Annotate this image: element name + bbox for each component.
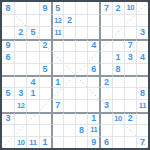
cell-r2c2[interactable] [14, 14, 26, 26]
cell-r6c8[interactable]: 6 [87, 63, 99, 75]
cell-r6c9[interactable] [99, 63, 111, 75]
cell-r9c9[interactable]: 3 [99, 99, 111, 111]
cell-r11c2[interactable] [14, 124, 26, 136]
cell-r8c10[interactable] [112, 87, 124, 99]
cell-r11c3[interactable] [26, 124, 38, 136]
cell-r4c12[interactable] [136, 39, 148, 51]
cell-grid: 8957210122251139247613456841253181273113… [2, 2, 148, 148]
cell-r3c9[interactable] [99, 26, 111, 38]
cell-r9c3[interactable] [26, 99, 38, 111]
cell-r1c4[interactable]: 9 [39, 2, 51, 14]
cell-r7c1[interactable] [2, 75, 14, 87]
cell-r1c2[interactable] [14, 2, 26, 14]
cell-r3c3[interactable]: 5 [26, 26, 38, 38]
cell-r2c7[interactable] [75, 14, 87, 26]
cell-r3c7[interactable] [75, 26, 87, 38]
cell-r11c5[interactable] [51, 124, 63, 136]
cell-r12c3[interactable]: 11 [26, 136, 38, 148]
cell-r12c4[interactable]: 1 [39, 136, 51, 148]
cell-r6c7[interactable] [75, 63, 87, 75]
cell-r5c2[interactable] [14, 51, 26, 63]
cell-r2c4[interactable] [39, 14, 51, 26]
cell-r6c5[interactable] [51, 63, 63, 75]
cell-r9c4[interactable] [39, 99, 51, 111]
cell-r1c11[interactable]: 10 [124, 2, 136, 14]
cell-r10c7[interactable] [75, 112, 87, 124]
cell-r1c9[interactable]: 7 [99, 2, 111, 14]
cell-r3c12[interactable]: 3 [136, 26, 148, 38]
cell-r7c5[interactable]: 1 [51, 75, 63, 87]
cell-r4c3[interactable] [26, 39, 38, 51]
cell-r11c9[interactable] [99, 124, 111, 136]
cell-r8c5[interactable] [51, 87, 63, 99]
cell-r12c5[interactable] [51, 136, 63, 148]
cell-r12c10[interactable] [112, 136, 124, 148]
cell-r2c12[interactable] [136, 14, 148, 26]
cell-r7c4[interactable] [39, 75, 51, 87]
cell-r2c6[interactable]: 2 [63, 14, 75, 26]
cell-r4c6[interactable] [63, 39, 75, 51]
cell-r6c4[interactable]: 5 [39, 63, 51, 75]
cell-r9c10[interactable] [112, 99, 124, 111]
cell-r5c10[interactable]: 1 [112, 51, 124, 63]
cell-r4c2[interactable] [14, 39, 26, 51]
cell-r8c6[interactable] [63, 87, 75, 99]
cell-r4c8[interactable]: 4 [87, 39, 99, 51]
cell-r5c12[interactable]: 4 [136, 51, 148, 63]
cell-r10c12[interactable] [136, 112, 148, 124]
cell-r9c1[interactable] [2, 99, 14, 111]
cell-r8c7[interactable] [75, 87, 87, 99]
cell-r4c7[interactable] [75, 39, 87, 51]
cell-r2c10[interactable] [112, 14, 124, 26]
cell-r5c4[interactable] [39, 51, 51, 63]
cell-r12c1[interactable] [2, 136, 14, 148]
cell-r12c6[interactable] [63, 136, 75, 148]
cell-r10c11[interactable]: 2 [124, 112, 136, 124]
cell-r10c9[interactable] [99, 112, 111, 124]
cell-r10c8[interactable]: 1 [87, 112, 99, 124]
cell-r3c4[interactable] [39, 26, 51, 38]
cell-r11c10[interactable] [112, 124, 124, 136]
cell-r9c12[interactable]: 11 [136, 99, 148, 111]
cell-r7c8[interactable] [87, 75, 99, 87]
cell-r4c9[interactable] [99, 39, 111, 51]
cell-r3c10[interactable] [112, 26, 124, 38]
cell-r2c3[interactable] [26, 14, 38, 26]
cell-r11c6[interactable] [63, 124, 75, 136]
cell-r5c6[interactable] [63, 51, 75, 63]
cell-r10c6[interactable] [63, 112, 75, 124]
cell-r3c2[interactable]: 2 [14, 26, 26, 38]
cell-r8c11[interactable] [124, 87, 136, 99]
cell-r11c11[interactable] [124, 124, 136, 136]
cell-r10c10[interactable]: 10 [112, 112, 124, 124]
cell-r2c9[interactable] [99, 14, 111, 26]
cell-r10c2[interactable] [14, 112, 26, 124]
cell-r7c3[interactable]: 4 [26, 75, 38, 87]
cell-r10c4[interactable] [39, 112, 51, 124]
cell-r8c1[interactable]: 5 [2, 87, 14, 99]
cell-r11c12[interactable] [136, 124, 148, 136]
cell-r4c10[interactable] [112, 39, 124, 51]
cell-r1c3[interactable] [26, 2, 38, 14]
cell-r8c9[interactable] [99, 87, 111, 99]
cell-r8c2[interactable]: 3 [14, 87, 26, 99]
cell-r4c4[interactable]: 2 [39, 39, 51, 51]
cell-r8c4[interactable] [39, 87, 51, 99]
cell-r6c6[interactable] [63, 63, 75, 75]
cell-r10c5[interactable] [51, 112, 63, 124]
cell-r1c5[interactable]: 5 [51, 2, 63, 14]
cell-r1c6[interactable] [63, 2, 75, 14]
cell-r8c8[interactable] [87, 87, 99, 99]
cell-r9c8[interactable] [87, 99, 99, 111]
cell-r7c11[interactable] [124, 75, 136, 87]
cell-r7c6[interactable] [63, 75, 75, 87]
cell-r9c6[interactable] [63, 99, 75, 111]
cell-r8c12[interactable]: 8 [136, 87, 148, 99]
cell-r12c9[interactable]: 6 [99, 136, 111, 148]
cell-r7c9[interactable]: 2 [99, 75, 111, 87]
cell-r3c11[interactable] [124, 26, 136, 38]
cell-r7c7[interactable] [75, 75, 87, 87]
cell-r12c8[interactable]: 9 [87, 136, 99, 148]
cell-r2c8[interactable] [87, 14, 99, 26]
cell-r9c2[interactable]: 12 [14, 99, 26, 111]
cell-r1c12[interactable] [136, 2, 148, 14]
cell-r7c10[interactable] [112, 75, 124, 87]
cell-r6c11[interactable] [124, 63, 136, 75]
cell-r3c1[interactable] [2, 26, 14, 38]
sudoku-board: 8957210122251139247613456841253181273113… [0, 0, 150, 150]
cell-r2c5[interactable]: 12 [51, 14, 63, 26]
cell-r5c11[interactable]: 3 [124, 51, 136, 63]
cell-r5c9[interactable] [99, 51, 111, 63]
cell-r6c2[interactable] [14, 63, 26, 75]
cell-r4c5[interactable] [51, 39, 63, 51]
cell-r10c3[interactable] [26, 112, 38, 124]
cell-r12c12[interactable]: 7 [136, 136, 148, 148]
cell-r6c3[interactable] [26, 63, 38, 75]
cell-r5c7[interactable] [75, 51, 87, 63]
cell-r4c11[interactable]: 7 [124, 39, 136, 51]
cell-r7c12[interactable] [136, 75, 148, 87]
cell-r11c1[interactable] [2, 124, 14, 136]
cell-r10c1[interactable]: 3 [2, 112, 14, 124]
cell-r1c1[interactable]: 8 [2, 2, 14, 14]
cell-r5c1[interactable]: 6 [2, 51, 14, 63]
cell-r6c10[interactable]: 8 [112, 63, 124, 75]
cell-r12c2[interactable]: 10 [14, 136, 26, 148]
cell-r3c6[interactable] [63, 26, 75, 38]
cell-r11c7[interactable]: 8 [75, 124, 87, 136]
cell-r2c11[interactable] [124, 14, 136, 26]
cell-r9c5[interactable]: 7 [51, 99, 63, 111]
cell-r5c8[interactable] [87, 51, 99, 63]
cell-r7c2[interactable] [14, 75, 26, 87]
cell-r2c1[interactable] [2, 14, 14, 26]
cell-r8c3[interactable]: 1 [26, 87, 38, 99]
cell-r12c11[interactable] [124, 136, 136, 148]
cell-r11c4[interactable] [39, 124, 51, 136]
cell-r11c8[interactable]: 11 [87, 124, 99, 136]
cell-r5c3[interactable] [26, 51, 38, 63]
cell-r4c1[interactable]: 9 [2, 39, 14, 51]
cell-r6c1[interactable] [2, 63, 14, 75]
cell-r3c5[interactable]: 11 [51, 26, 63, 38]
cell-r6c12[interactable] [136, 63, 148, 75]
cell-r1c8[interactable] [87, 2, 99, 14]
cell-r9c7[interactable] [75, 99, 87, 111]
cell-r1c7[interactable] [75, 2, 87, 14]
cell-r12c7[interactable] [75, 136, 87, 148]
cell-r5c5[interactable] [51, 51, 63, 63]
cell-r1c10[interactable]: 2 [112, 2, 124, 14]
cell-r3c8[interactable] [87, 26, 99, 38]
cell-r9c11[interactable] [124, 99, 136, 111]
